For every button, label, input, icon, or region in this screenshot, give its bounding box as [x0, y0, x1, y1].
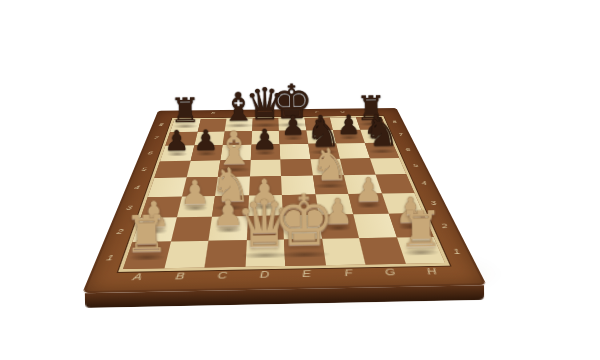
square-e5: [280, 159, 312, 176]
square-h1: ♜: [396, 237, 445, 264]
file-label-b: B: [156, 268, 203, 288]
file-label-d: D: [243, 267, 286, 287]
white-rook-piece: ♜: [398, 204, 443, 254]
white-king-piece: ♚: [272, 185, 335, 256]
black-pawn-piece: ♟: [281, 112, 305, 139]
square-b1: [164, 240, 209, 268]
square-a1: ♜: [123, 241, 170, 269]
white-pawn-piece: ♟: [180, 176, 210, 210]
rank-label-right-5: 5: [404, 157, 428, 174]
file-label-e: E: [285, 266, 329, 286]
square-d6: ♟: [250, 144, 280, 159]
file-label-h: H: [408, 264, 457, 284]
square-e7: ♟: [279, 130, 308, 144]
black-pawn-piece: ♟: [164, 127, 190, 155]
black-knight-piece: ♞: [364, 113, 399, 152]
black-rook-piece: ♜: [169, 93, 200, 127]
square-g2: [353, 214, 396, 238]
file-label-f: F: [326, 265, 372, 285]
square-b2: [171, 217, 212, 241]
square-a6: ♟: [160, 145, 194, 161]
rank-label-right-1: 1: [440, 238, 474, 266]
chess-board: ABCDEFGH ABCDEFGH 87654321 87654321 ♜♝♛♚…: [82, 108, 487, 293]
file-label-a: A: [112, 269, 161, 289]
square-e1: ♚: [284, 238, 325, 266]
photo-backdrop: ABCDEFGH ABCDEFGH 87654321 87654321 ♜♝♛♚…: [0, 0, 600, 360]
square-h6: ♞: [364, 143, 399, 158]
file-label-g: G: [368, 265, 415, 285]
file-label-c: C: [199, 268, 243, 288]
white-rook-piece: ♜: [123, 208, 169, 259]
square-g3: ♟: [348, 193, 388, 214]
white-pawn-piece: ♟: [353, 173, 383, 206]
black-pawn-piece: ♟: [252, 126, 277, 154]
